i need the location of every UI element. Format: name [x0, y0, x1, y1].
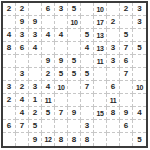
- cell-r6c9[interactable]: [107, 68, 120, 81]
- cell-r1c3[interactable]: [29, 3, 42, 16]
- cell-r1c11: 3: [133, 3, 146, 16]
- cell-r9c2: 4: [16, 107, 29, 120]
- cell-r5c4: 9: [42, 55, 55, 68]
- cell-r4c6[interactable]: [68, 42, 81, 55]
- cell-r10c5[interactable]: [55, 120, 68, 133]
- cell-r3c4: 4: [42, 29, 55, 42]
- cell-r6c8[interactable]: [94, 68, 107, 81]
- cell-r5c6: 5: [68, 55, 81, 68]
- cell-r11c6: 8: [68, 133, 81, 146]
- cell-r8c10[interactable]: [120, 94, 133, 107]
- cell-r5c9: 3: [107, 55, 120, 68]
- cell-r5c5: 9: [55, 55, 68, 68]
- cell-r10c4[interactable]: [42, 120, 55, 133]
- cell-r10c3: 5: [29, 120, 42, 133]
- cell-r10c8[interactable]: [94, 120, 107, 133]
- cell-r1c9[interactable]: [107, 3, 120, 16]
- cell-r1c8: 10: [94, 3, 107, 16]
- cell-r4c9: 3: [107, 42, 120, 55]
- cell-r3c2: 3: [16, 29, 29, 42]
- cell-r8c3: 1: [29, 94, 42, 107]
- cell-r9c3: 2: [29, 107, 42, 120]
- cell-r11c11: 5: [133, 133, 146, 146]
- cell-r11c2[interactable]: [16, 133, 29, 146]
- cell-r6c5: 5: [55, 68, 68, 81]
- cell-r4c3: 4: [29, 42, 42, 55]
- cell-r6c2: 3: [16, 68, 29, 81]
- cell-r5c3[interactable]: [29, 55, 42, 68]
- cell-r11c8[interactable]: [94, 133, 107, 146]
- cell-r1c1: 2: [3, 3, 16, 16]
- cell-r7c11: 10: [133, 81, 146, 94]
- cell-r7c1: 3: [3, 81, 16, 94]
- cell-r5c8: 11: [94, 55, 107, 68]
- cell-r6c7: 5: [81, 68, 94, 81]
- cell-r2c9: 2: [107, 16, 120, 29]
- cell-r8c9: 11: [107, 94, 120, 107]
- cell-r4c7: 4: [81, 42, 94, 55]
- cell-r9c10: 9: [120, 107, 133, 120]
- cell-r10c11[interactable]: [133, 120, 146, 133]
- cell-r3c11[interactable]: [133, 29, 146, 42]
- cell-r2c1[interactable]: [3, 16, 16, 29]
- cell-r8c5[interactable]: [55, 94, 68, 107]
- cell-r6c1[interactable]: [3, 68, 16, 81]
- cell-r9c9: 8: [107, 107, 120, 120]
- cell-r4c1: 8: [3, 42, 16, 55]
- cell-r2c2: 9: [16, 16, 29, 29]
- cell-r3c8: 13: [94, 29, 107, 42]
- cell-r9c1[interactable]: [3, 107, 16, 120]
- cell-r3c3: 3: [29, 29, 42, 42]
- cell-r4c11: 5: [133, 42, 146, 55]
- cell-r3c6[interactable]: [68, 29, 81, 42]
- cell-r8c6[interactable]: [68, 94, 81, 107]
- cell-r7c5: 10: [55, 81, 68, 94]
- cell-r4c4[interactable]: [42, 42, 55, 55]
- cell-r3c7: 5: [81, 29, 94, 42]
- cell-r7c2: 2: [16, 81, 29, 94]
- cell-r9c7[interactable]: [81, 107, 94, 120]
- cell-r8c2: 4: [16, 94, 29, 107]
- cell-r1c6: 5: [68, 3, 81, 16]
- cell-r8c11[interactable]: [133, 94, 146, 107]
- cell-r2c6: 10: [68, 16, 81, 29]
- cell-r5c2[interactable]: [16, 55, 29, 68]
- cell-r11c1[interactable]: [3, 133, 16, 146]
- cell-r9c5: 7: [55, 107, 68, 120]
- cell-r1c10: 2: [120, 3, 133, 16]
- cell-r7c6[interactable]: [68, 81, 81, 94]
- cell-r3c1: 4: [3, 29, 16, 42]
- cell-r10c9[interactable]: [107, 120, 120, 133]
- cell-r5c1[interactable]: [3, 55, 16, 68]
- cell-r2c5[interactable]: [55, 16, 68, 29]
- cell-r11c3: 9: [29, 133, 42, 146]
- cell-r7c8[interactable]: [94, 81, 107, 94]
- cell-r4c10: 7: [120, 42, 133, 55]
- cell-r4c8: 13: [94, 42, 107, 55]
- cell-r7c10[interactable]: [120, 81, 133, 94]
- cell-r4c2: 6: [16, 42, 29, 55]
- cell-r9c6: 9: [68, 107, 81, 120]
- cell-r10c7: 3: [81, 120, 94, 133]
- cell-r9c4: 5: [42, 107, 55, 120]
- cell-r2c8: 17: [94, 16, 107, 29]
- cell-r11c10[interactable]: [120, 133, 133, 146]
- cell-r2c7[interactable]: [81, 16, 94, 29]
- cell-r6c3[interactable]: [29, 68, 42, 81]
- cell-r8c7[interactable]: [81, 94, 94, 107]
- cell-r5c11[interactable]: [133, 55, 146, 68]
- cell-r6c4: 2: [42, 68, 55, 81]
- cell-r11c9[interactable]: [107, 133, 120, 146]
- cell-r8c4: 11: [42, 94, 55, 107]
- cell-r1c5: 3: [55, 3, 68, 16]
- cell-r7c9: 6: [107, 81, 120, 94]
- cell-r3c9[interactable]: [107, 29, 120, 42]
- cell-r9c8: 15: [94, 107, 107, 120]
- cell-r7c4: 4: [42, 81, 55, 94]
- cell-r3c10: 5: [120, 29, 133, 42]
- cell-r11c5: 8: [55, 133, 68, 146]
- cell-r3c5: 4: [55, 29, 68, 42]
- cell-r8c8[interactable]: [94, 94, 107, 107]
- cell-r1c7[interactable]: [81, 3, 94, 16]
- cell-r7c3: 3: [29, 81, 42, 94]
- cell-r4c5[interactable]: [55, 42, 68, 55]
- cell-r11c7: 8: [81, 133, 94, 146]
- cell-r10c1: 6: [3, 120, 16, 133]
- cell-r2c11: 3: [133, 16, 146, 29]
- cell-r2c10[interactable]: [120, 16, 133, 29]
- cell-r10c10: 6: [120, 120, 133, 133]
- cell-r6c10: 7: [120, 68, 133, 81]
- cell-r7c7: 7: [81, 81, 94, 94]
- cell-r1c4: 6: [42, 3, 55, 16]
- cell-r9c11: 4: [133, 107, 146, 120]
- cell-r5c10: 6: [120, 55, 133, 68]
- cell-r5c7[interactable]: [81, 55, 94, 68]
- cell-r2c3: 9: [29, 16, 42, 29]
- cell-r8c1: 2: [3, 94, 16, 107]
- cell-r11c4: 12: [42, 133, 55, 146]
- cell-r6c11[interactable]: [133, 68, 146, 81]
- cell-r2c4[interactable]: [42, 16, 55, 29]
- puzzle-board: 2263510239910172343344513586441337599511…: [1, 1, 148, 148]
- cell-r6c6: 5: [68, 68, 81, 81]
- cell-r10c2: 7: [16, 120, 29, 133]
- cell-r1c2: 2: [16, 3, 29, 16]
- cell-r10c6[interactable]: [68, 120, 81, 133]
